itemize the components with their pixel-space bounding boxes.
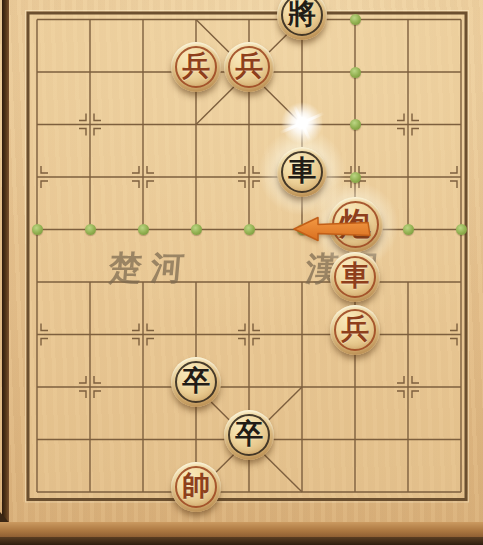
river-label-chu: 楚河 (107, 246, 195, 291)
legal-move-dot[interactable] (350, 119, 361, 130)
piece-character: 車 (341, 262, 369, 290)
piece-red-soldier-c[interactable]: 兵 (330, 305, 380, 355)
piece-character: 將 (288, 0, 316, 28)
piece-red-general[interactable]: 帥 (171, 462, 221, 512)
piece-character: 兵 (235, 52, 263, 80)
legal-move-dot[interactable] (32, 224, 43, 235)
legal-move-dot[interactable] (350, 14, 361, 25)
legal-move-dot[interactable] (191, 224, 202, 235)
piece-red-chariot[interactable]: 車 (330, 252, 380, 302)
piece-red-soldier-b[interactable]: 兵 (224, 42, 274, 92)
board-bottom-edge-shadow (0, 537, 483, 545)
piece-black-chariot[interactable]: 車 (277, 147, 327, 197)
legal-move-dot[interactable] (403, 224, 414, 235)
legal-move-dot[interactable] (244, 224, 255, 235)
piece-character: 卒 (235, 420, 263, 448)
piece-character: 帥 (182, 472, 210, 500)
legal-move-dot[interactable] (85, 224, 96, 235)
piece-character: 兵 (182, 52, 210, 80)
hint-arrow-left (291, 214, 375, 244)
board-bottom-edge-face (0, 522, 483, 537)
legal-move-dot[interactable] (456, 224, 467, 235)
legal-move-dot[interactable] (350, 67, 361, 78)
piece-character: 兵 (341, 315, 369, 343)
piece-red-soldier-a[interactable]: 兵 (171, 42, 221, 92)
xiangqi-board-screen: 楚河 漢界 將兵兵車炮車兵卒卒帥 (0, 0, 483, 545)
piece-character: 車 (288, 157, 316, 185)
piece-character: 卒 (182, 367, 210, 395)
piece-black-soldier-a[interactable]: 卒 (171, 357, 221, 407)
legal-move-dot[interactable] (138, 224, 149, 235)
board-left-edge (2, 0, 9, 526)
piece-black-soldier-b[interactable]: 卒 (224, 410, 274, 460)
